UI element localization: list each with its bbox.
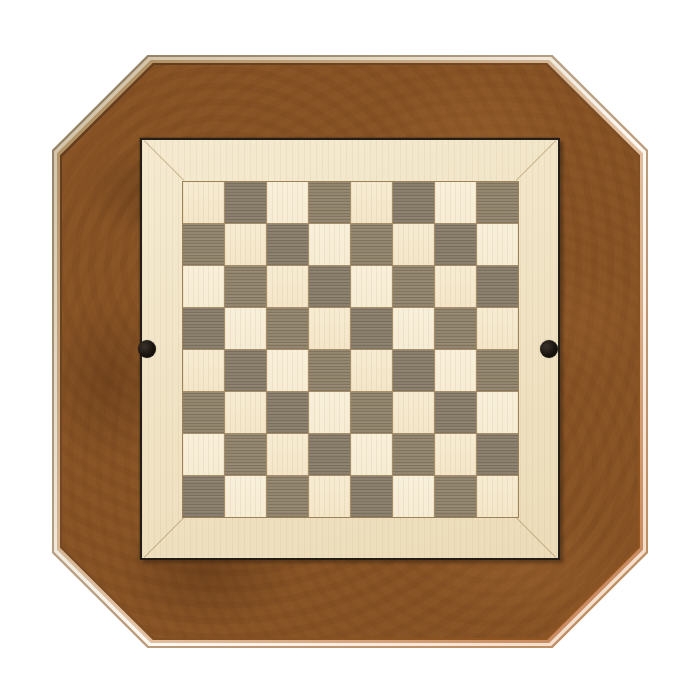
square-f6[interactable] [393, 266, 434, 307]
square-b1[interactable] [225, 476, 266, 517]
square-d5[interactable] [309, 308, 350, 349]
square-c5[interactable] [267, 308, 308, 349]
square-b6[interactable] [225, 266, 266, 307]
board-grid [183, 182, 518, 517]
square-f2[interactable] [393, 434, 434, 475]
square-e2[interactable] [351, 434, 392, 475]
square-b5[interactable] [225, 308, 266, 349]
square-d6[interactable] [309, 266, 350, 307]
chessboard-insert [140, 138, 560, 560]
square-g3[interactable] [435, 392, 476, 433]
square-g1[interactable] [435, 476, 476, 517]
square-a2[interactable] [183, 434, 224, 475]
square-f8[interactable] [393, 182, 434, 223]
square-h4[interactable] [477, 350, 518, 391]
square-g7[interactable] [435, 224, 476, 265]
square-d3[interactable] [309, 392, 350, 433]
square-d4[interactable] [309, 350, 350, 391]
square-h2[interactable] [477, 434, 518, 475]
square-c7[interactable] [267, 224, 308, 265]
square-c3[interactable] [267, 392, 308, 433]
square-e4[interactable] [351, 350, 392, 391]
square-e5[interactable] [351, 308, 392, 349]
square-h3[interactable] [477, 392, 518, 433]
square-a1[interactable] [183, 476, 224, 517]
square-b7[interactable] [225, 224, 266, 265]
square-a4[interactable] [183, 350, 224, 391]
square-c1[interactable] [267, 476, 308, 517]
square-d8[interactable] [309, 182, 350, 223]
square-a8[interactable] [183, 182, 224, 223]
square-f1[interactable] [393, 476, 434, 517]
frame-miter-bottom-left [144, 517, 184, 557]
square-h7[interactable] [477, 224, 518, 265]
square-e6[interactable] [351, 266, 392, 307]
square-e3[interactable] [351, 392, 392, 433]
square-g5[interactable] [435, 308, 476, 349]
square-g4[interactable] [435, 350, 476, 391]
finger-hole-right[interactable] [540, 340, 558, 358]
finger-hole-left[interactable] [138, 340, 156, 358]
square-e1[interactable] [351, 476, 392, 517]
square-h8[interactable] [477, 182, 518, 223]
scene [0, 0, 700, 700]
square-c2[interactable] [267, 434, 308, 475]
square-e8[interactable] [351, 182, 392, 223]
square-e7[interactable] [351, 224, 392, 265]
square-h5[interactable] [477, 308, 518, 349]
square-d7[interactable] [309, 224, 350, 265]
square-b8[interactable] [225, 182, 266, 223]
square-g8[interactable] [435, 182, 476, 223]
square-f5[interactable] [393, 308, 434, 349]
square-c8[interactable] [267, 182, 308, 223]
square-h6[interactable] [477, 266, 518, 307]
square-d2[interactable] [309, 434, 350, 475]
square-g6[interactable] [435, 266, 476, 307]
square-a5[interactable] [183, 308, 224, 349]
frame-miter-top-left [144, 140, 184, 180]
square-f3[interactable] [393, 392, 434, 433]
square-a7[interactable] [183, 224, 224, 265]
square-f4[interactable] [393, 350, 434, 391]
frame-miter-top-right [516, 140, 556, 180]
square-h1[interactable] [477, 476, 518, 517]
square-b3[interactable] [225, 392, 266, 433]
square-f7[interactable] [393, 224, 434, 265]
square-c6[interactable] [267, 266, 308, 307]
square-c4[interactable] [267, 350, 308, 391]
square-b4[interactable] [225, 350, 266, 391]
frame-miter-bottom-right [516, 517, 556, 557]
square-a3[interactable] [183, 392, 224, 433]
square-g2[interactable] [435, 434, 476, 475]
square-a6[interactable] [183, 266, 224, 307]
square-b2[interactable] [225, 434, 266, 475]
square-d1[interactable] [309, 476, 350, 517]
